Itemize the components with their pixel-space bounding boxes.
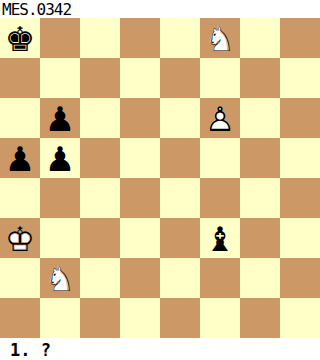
piece-white-king: ♔ — [0, 218, 40, 258]
piece-black-pawn: ♟ — [40, 138, 80, 178]
square-h6[interactable] — [280, 98, 320, 138]
move-prompt: 1. ? — [0, 338, 320, 360]
square-g2[interactable] — [240, 258, 280, 298]
square-b5[interactable]: ♟ — [40, 138, 80, 178]
square-d1[interactable] — [120, 298, 160, 338]
square-c3[interactable] — [80, 218, 120, 258]
square-c5[interactable] — [80, 138, 120, 178]
square-b3[interactable] — [40, 218, 80, 258]
square-b8[interactable] — [40, 18, 80, 58]
square-d4[interactable] — [120, 178, 160, 218]
square-e3[interactable] — [160, 218, 200, 258]
piece-black-pawn: ♟ — [0, 138, 40, 178]
square-c8[interactable] — [80, 18, 120, 58]
diagram-title: MES.0342 — [0, 0, 320, 18]
square-h7[interactable] — [280, 58, 320, 98]
piece-white-knight: ♘ — [40, 258, 80, 298]
square-a4[interactable] — [0, 178, 40, 218]
square-c2[interactable] — [80, 258, 120, 298]
square-e5[interactable] — [160, 138, 200, 178]
square-a2[interactable] — [0, 258, 40, 298]
square-d5[interactable] — [120, 138, 160, 178]
square-f3[interactable]: ♝ — [200, 218, 240, 258]
square-g6[interactable] — [240, 98, 280, 138]
square-c4[interactable] — [80, 178, 120, 218]
square-a6[interactable] — [0, 98, 40, 138]
square-g7[interactable] — [240, 58, 280, 98]
square-a8[interactable]: ♚ — [0, 18, 40, 58]
square-g4[interactable] — [240, 178, 280, 218]
square-b1[interactable] — [40, 298, 80, 338]
square-b4[interactable] — [40, 178, 80, 218]
piece-white-pawn: ♙ — [200, 98, 240, 138]
square-b6[interactable]: ♟ — [40, 98, 80, 138]
square-f7[interactable] — [200, 58, 240, 98]
square-g5[interactable] — [240, 138, 280, 178]
square-c6[interactable] — [80, 98, 120, 138]
piece-white-knight: ♘ — [200, 18, 240, 58]
square-a3[interactable]: ♚♔ — [0, 218, 40, 258]
square-e7[interactable] — [160, 58, 200, 98]
square-e6[interactable] — [160, 98, 200, 138]
piece-black-bishop: ♝ — [200, 218, 240, 258]
square-f4[interactable] — [200, 178, 240, 218]
square-g8[interactable] — [240, 18, 280, 58]
square-h2[interactable] — [280, 258, 320, 298]
piece-black-pawn: ♟ — [40, 98, 80, 138]
square-g1[interactable] — [240, 298, 280, 338]
square-h5[interactable] — [280, 138, 320, 178]
square-f6[interactable]: ♟♙ — [200, 98, 240, 138]
square-a7[interactable] — [0, 58, 40, 98]
square-e8[interactable] — [160, 18, 200, 58]
square-e4[interactable] — [160, 178, 200, 218]
square-d3[interactable] — [120, 218, 160, 258]
square-d6[interactable] — [120, 98, 160, 138]
square-d8[interactable] — [120, 18, 160, 58]
square-a5[interactable]: ♟ — [0, 138, 40, 178]
square-a1[interactable] — [0, 298, 40, 338]
square-f1[interactable] — [200, 298, 240, 338]
square-b7[interactable] — [40, 58, 80, 98]
square-h3[interactable] — [280, 218, 320, 258]
square-h4[interactable] — [280, 178, 320, 218]
square-e1[interactable] — [160, 298, 200, 338]
square-c7[interactable] — [80, 58, 120, 98]
square-f8[interactable]: ♞♘ — [200, 18, 240, 58]
square-f2[interactable] — [200, 258, 240, 298]
square-f5[interactable] — [200, 138, 240, 178]
square-g3[interactable] — [240, 218, 280, 258]
square-c1[interactable] — [80, 298, 120, 338]
piece-black-king: ♚ — [0, 18, 40, 58]
square-b2[interactable]: ♞♘ — [40, 258, 80, 298]
square-e2[interactable] — [160, 258, 200, 298]
square-h8[interactable] — [280, 18, 320, 58]
chess-board: ♚♞♘♟♟♙♟♟♚♔♝♞♘ — [0, 18, 320, 338]
square-h1[interactable] — [280, 298, 320, 338]
square-d2[interactable] — [120, 258, 160, 298]
square-d7[interactable] — [120, 58, 160, 98]
